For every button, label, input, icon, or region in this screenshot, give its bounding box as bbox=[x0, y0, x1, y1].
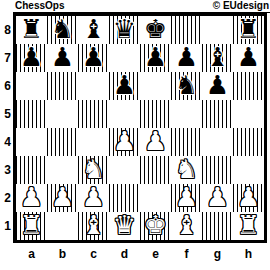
square-f7[interactable]: ♟ bbox=[171, 44, 202, 72]
square-h1[interactable]: ♜ bbox=[233, 212, 264, 240]
file-label-a: a bbox=[16, 246, 47, 262]
rank-label-7: 7 bbox=[0, 44, 11, 72]
black-pawn-piece: ♟ bbox=[16, 44, 47, 72]
square-f5[interactable] bbox=[171, 100, 202, 128]
black-queen-piece: ♛ bbox=[109, 16, 140, 44]
square-d4[interactable]: ♟ bbox=[109, 128, 140, 156]
square-d3[interactable] bbox=[109, 156, 140, 184]
white-pawn-piece: ♟ bbox=[202, 184, 233, 212]
white-knight-piece: ♞ bbox=[171, 156, 202, 184]
square-d1[interactable]: ♛ bbox=[109, 212, 140, 240]
square-a7[interactable]: ♟ bbox=[16, 44, 47, 72]
white-pawn-piece: ♟ bbox=[140, 128, 171, 156]
square-b4[interactable] bbox=[47, 128, 78, 156]
rank-label-1: 1 bbox=[0, 212, 11, 240]
square-h8[interactable]: ♜ bbox=[233, 16, 264, 44]
square-a2[interactable]: ♟ bbox=[16, 184, 47, 212]
square-d6[interactable]: ♟ bbox=[109, 72, 140, 100]
square-b5[interactable] bbox=[47, 100, 78, 128]
white-pawn-piece: ♟ bbox=[78, 184, 109, 212]
white-pawn-piece: ♟ bbox=[233, 184, 264, 212]
black-rook-piece: ♜ bbox=[16, 16, 47, 44]
file-label-g: g bbox=[202, 246, 233, 262]
black-pawn-piece: ♟ bbox=[109, 72, 140, 100]
black-pawn-piece: ♟ bbox=[233, 44, 264, 72]
file-label-h: h bbox=[233, 246, 264, 262]
white-pawn-piece: ♟ bbox=[171, 184, 202, 212]
rank-label-6: 6 bbox=[0, 72, 11, 100]
square-g4[interactable] bbox=[202, 128, 233, 156]
chess-board: ♜♞♝♛♚♜♟♟♟♟♟♝♟♟♞♟♟♟♞♞♟♟♟♟♟♟♜♝♛♚♝♜ bbox=[13, 13, 267, 243]
black-bishop-piece: ♝ bbox=[202, 44, 233, 72]
square-b2[interactable]: ♟ bbox=[47, 184, 78, 212]
square-e6[interactable] bbox=[140, 72, 171, 100]
square-g2[interactable]: ♟ bbox=[202, 184, 233, 212]
square-a3[interactable] bbox=[16, 156, 47, 184]
black-knight-piece: ♞ bbox=[47, 16, 78, 44]
square-h3[interactable] bbox=[233, 156, 264, 184]
white-bishop-piece: ♝ bbox=[171, 212, 202, 240]
header-bar: ChessOps © EUdesign bbox=[13, 0, 270, 13]
rank-label-8: 8 bbox=[0, 16, 11, 44]
white-bishop-piece: ♝ bbox=[78, 212, 109, 240]
black-pawn-piece: ♟ bbox=[47, 44, 78, 72]
square-h6[interactable] bbox=[233, 72, 264, 100]
square-b8[interactable]: ♞ bbox=[47, 16, 78, 44]
black-rook-piece: ♜ bbox=[233, 16, 264, 44]
black-knight-piece: ♞ bbox=[171, 72, 202, 100]
square-b6[interactable] bbox=[47, 72, 78, 100]
square-a8[interactable]: ♜ bbox=[16, 16, 47, 44]
rank-label-3: 3 bbox=[0, 156, 11, 184]
black-king-piece: ♚ bbox=[140, 16, 171, 44]
square-a5[interactable] bbox=[16, 100, 47, 128]
square-e4[interactable]: ♟ bbox=[140, 128, 171, 156]
square-g5[interactable] bbox=[202, 100, 233, 128]
white-pawn-piece: ♟ bbox=[16, 184, 47, 212]
square-a4[interactable] bbox=[16, 128, 47, 156]
square-c1[interactable]: ♝ bbox=[78, 212, 109, 240]
square-c4[interactable] bbox=[78, 128, 109, 156]
white-knight-piece: ♞ bbox=[78, 156, 109, 184]
white-rook-piece: ♜ bbox=[16, 212, 47, 240]
square-e5[interactable] bbox=[140, 100, 171, 128]
square-h4[interactable] bbox=[233, 128, 264, 156]
square-d8[interactable]: ♛ bbox=[109, 16, 140, 44]
black-pawn-piece: ♟ bbox=[202, 72, 233, 100]
white-queen-piece: ♛ bbox=[109, 212, 140, 240]
square-d5[interactable] bbox=[109, 100, 140, 128]
square-g7[interactable]: ♝ bbox=[202, 44, 233, 72]
square-f4[interactable] bbox=[171, 128, 202, 156]
rank-label-5: 5 bbox=[0, 100, 11, 128]
square-f1[interactable]: ♝ bbox=[171, 212, 202, 240]
square-d2[interactable] bbox=[109, 184, 140, 212]
chessops-window: ChessOps © EUdesign ♜♞♝♛♚♜♟♟♟♟♟♝♟♟♞♟♟♟♞♞… bbox=[0, 0, 270, 270]
square-b1[interactable] bbox=[47, 212, 78, 240]
file-label-b: b bbox=[47, 246, 78, 262]
square-f3[interactable]: ♞ bbox=[171, 156, 202, 184]
square-h2[interactable]: ♟ bbox=[233, 184, 264, 212]
file-label-d: d bbox=[109, 246, 140, 262]
square-a1[interactable]: ♜ bbox=[16, 212, 47, 240]
square-f6[interactable]: ♞ bbox=[171, 72, 202, 100]
white-pawn-piece: ♟ bbox=[109, 128, 140, 156]
black-pawn-piece: ♟ bbox=[171, 44, 202, 72]
square-c5[interactable] bbox=[78, 100, 109, 128]
square-b3[interactable] bbox=[47, 156, 78, 184]
file-label-e: e bbox=[140, 246, 171, 262]
square-e7[interactable]: ♟ bbox=[140, 44, 171, 72]
square-f8[interactable] bbox=[171, 16, 202, 44]
square-d7[interactable] bbox=[109, 44, 140, 72]
square-c3[interactable]: ♞ bbox=[78, 156, 109, 184]
square-c2[interactable]: ♟ bbox=[78, 184, 109, 212]
black-pawn-piece: ♟ bbox=[78, 44, 109, 72]
black-pawn-piece: ♟ bbox=[140, 44, 171, 72]
square-e1[interactable]: ♚ bbox=[140, 212, 171, 240]
square-e3[interactable] bbox=[140, 156, 171, 184]
square-h5[interactable] bbox=[233, 100, 264, 128]
rank-label-4: 4 bbox=[0, 128, 11, 156]
square-c6[interactable] bbox=[78, 72, 109, 100]
white-rook-piece: ♜ bbox=[233, 212, 264, 240]
square-g1[interactable] bbox=[202, 212, 233, 240]
square-c7[interactable]: ♟ bbox=[78, 44, 109, 72]
file-label-c: c bbox=[78, 246, 109, 262]
square-b7[interactable]: ♟ bbox=[47, 44, 78, 72]
square-h7[interactable]: ♟ bbox=[233, 44, 264, 72]
square-c8[interactable]: ♝ bbox=[78, 16, 109, 44]
square-f2[interactable]: ♟ bbox=[171, 184, 202, 212]
rank-label-2: 2 bbox=[0, 184, 11, 212]
square-g8[interactable] bbox=[202, 16, 233, 44]
square-e2[interactable] bbox=[140, 184, 171, 212]
white-pawn-piece: ♟ bbox=[47, 184, 78, 212]
credit-text: © EUdesign bbox=[213, 0, 270, 11]
square-a6[interactable] bbox=[16, 72, 47, 100]
square-g6[interactable]: ♟ bbox=[202, 72, 233, 100]
square-g3[interactable] bbox=[202, 156, 233, 184]
square-e8[interactable]: ♚ bbox=[140, 16, 171, 44]
app-title: ChessOps bbox=[13, 0, 64, 11]
white-king-piece: ♚ bbox=[140, 212, 171, 240]
black-bishop-piece: ♝ bbox=[78, 16, 109, 44]
file-label-f: f bbox=[171, 246, 202, 262]
